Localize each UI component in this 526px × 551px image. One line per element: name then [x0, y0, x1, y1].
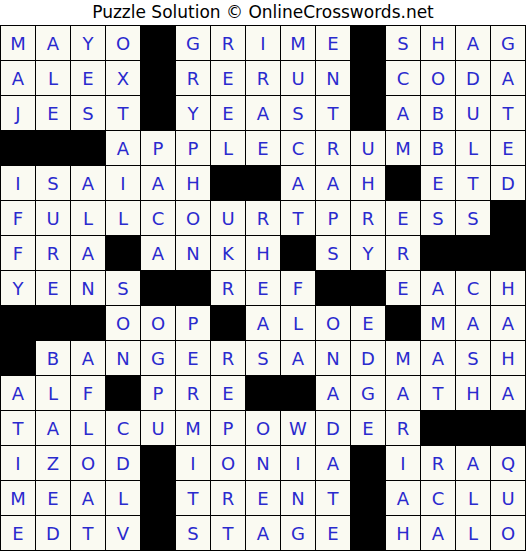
letter-cell: E — [211, 61, 245, 95]
letter-cell: D — [106, 446, 140, 480]
block-cell — [1, 341, 35, 375]
letter-cell: L — [36, 61, 70, 95]
letter-cell: T — [456, 166, 490, 200]
letter-cell: R — [176, 376, 210, 410]
letter-cell: Y — [1, 271, 35, 305]
letter-cell: T — [176, 481, 210, 515]
block-cell — [281, 376, 315, 410]
letter-cell: L — [211, 131, 245, 165]
letter-cell: A — [141, 166, 175, 200]
letter-cell: E — [176, 341, 210, 375]
block-cell — [36, 131, 70, 165]
letter-cell: A — [281, 341, 315, 375]
letter-cell: M — [386, 131, 420, 165]
letter-cell: O — [71, 446, 105, 480]
letter-cell: I — [386, 446, 420, 480]
letter-cell: T — [316, 481, 350, 515]
letter-cell: L — [456, 481, 490, 515]
block-cell — [246, 166, 280, 200]
block-cell — [491, 236, 525, 270]
letter-cell: A — [246, 516, 280, 550]
letter-cell: C — [421, 481, 455, 515]
letter-cell: T — [71, 516, 105, 550]
letter-cell: U — [351, 131, 385, 165]
letter-cell: O — [316, 306, 350, 340]
letter-cell: A — [1, 376, 35, 410]
letter-cell: D — [36, 516, 70, 550]
letter-cell: A — [316, 376, 350, 410]
block-cell — [211, 306, 245, 340]
letter-cell: T — [281, 201, 315, 235]
letter-cell: Y — [176, 96, 210, 130]
letter-cell: B — [36, 341, 70, 375]
letter-cell: N — [316, 61, 350, 95]
letter-cell: N — [71, 271, 105, 305]
letter-cell: E — [211, 96, 245, 130]
letter-cell: I — [1, 446, 35, 480]
letter-cell: E — [316, 26, 350, 60]
letter-cell: E — [211, 376, 245, 410]
letter-cell: U — [141, 411, 175, 445]
letter-cell: A — [106, 131, 140, 165]
letter-cell: P — [176, 131, 210, 165]
letter-cell: A — [421, 516, 455, 550]
letter-cell: E — [1, 516, 35, 550]
letter-cell: R — [211, 481, 245, 515]
letter-cell: E — [421, 166, 455, 200]
letter-cell: L — [71, 411, 105, 445]
letter-cell: N — [106, 341, 140, 375]
letter-cell: R — [351, 201, 385, 235]
block-cell — [421, 411, 455, 445]
block-cell — [141, 271, 175, 305]
letter-cell: I — [1, 166, 35, 200]
letter-cell: E — [386, 271, 420, 305]
block-cell — [351, 96, 385, 130]
letter-cell: O — [106, 306, 140, 340]
letter-cell: O — [211, 446, 245, 480]
letter-cell: E — [36, 96, 70, 130]
letter-cell: T — [491, 96, 525, 130]
letter-cell: S — [281, 96, 315, 130]
letter-cell: R — [316, 131, 350, 165]
letter-cell: H — [176, 166, 210, 200]
letter-cell: Z — [36, 446, 70, 480]
letter-cell: O — [176, 201, 210, 235]
letter-cell: A — [36, 411, 70, 445]
letter-cell: O — [246, 411, 280, 445]
letter-cell: H — [386, 516, 420, 550]
letter-cell: A — [246, 306, 280, 340]
letter-cell: M — [1, 481, 35, 515]
letter-cell: O — [106, 26, 140, 60]
letter-cell: E — [246, 481, 280, 515]
letter-cell: K — [211, 236, 245, 270]
block-cell — [351, 271, 385, 305]
block-cell — [141, 481, 175, 515]
letter-cell: H — [246, 236, 280, 270]
letter-cell: S — [456, 201, 490, 235]
letter-cell: I — [176, 446, 210, 480]
letter-cell: Y — [351, 236, 385, 270]
letter-cell: P — [141, 376, 175, 410]
letter-cell: A — [386, 96, 420, 130]
letter-cell: S — [316, 236, 350, 270]
letter-cell: A — [71, 236, 105, 270]
letter-cell: S — [106, 271, 140, 305]
block-cell — [141, 446, 175, 480]
letter-cell: A — [386, 481, 420, 515]
block-cell — [351, 26, 385, 60]
puzzle-solution-page: Puzzle Solution © OnlineCrosswords.net M… — [0, 0, 526, 551]
letter-cell: E — [36, 481, 70, 515]
letter-cell: F — [281, 271, 315, 305]
block-cell — [36, 306, 70, 340]
letter-cell: C — [106, 411, 140, 445]
letter-cell: O — [141, 306, 175, 340]
letter-cell: F — [71, 376, 105, 410]
letter-cell: R — [386, 236, 420, 270]
block-cell — [1, 131, 35, 165]
letter-cell: N — [316, 341, 350, 375]
block-cell — [281, 236, 315, 270]
letter-cell: S — [456, 341, 490, 375]
block-cell — [456, 236, 490, 270]
block-cell — [456, 411, 490, 445]
letter-cell: H — [351, 166, 385, 200]
letter-cell: N — [176, 236, 210, 270]
letter-cell: A — [141, 236, 175, 270]
letter-cell: P — [141, 131, 175, 165]
letter-cell: T — [106, 96, 140, 130]
letter-cell: R — [176, 61, 210, 95]
letter-cell: W — [281, 411, 315, 445]
letter-cell: L — [456, 516, 490, 550]
letter-cell: O — [421, 61, 455, 95]
letter-cell: A — [491, 306, 525, 340]
block-cell — [176, 271, 210, 305]
letter-cell: R — [246, 61, 280, 95]
letter-cell: E — [36, 271, 70, 305]
crossword-grid: MAYOGRIMESHAGALEXRERUNCODAJESTYEASTABUTA… — [0, 25, 526, 551]
letter-cell: G — [176, 26, 210, 60]
letter-cell: P — [211, 411, 245, 445]
block-cell — [106, 236, 140, 270]
block-cell — [141, 26, 175, 60]
block-cell — [141, 61, 175, 95]
block-cell — [71, 306, 105, 340]
letter-cell: G — [281, 516, 315, 550]
letter-cell: R — [246, 201, 280, 235]
letter-cell: E — [351, 411, 385, 445]
letter-cell: E — [71, 61, 105, 95]
letter-cell: T — [316, 96, 350, 130]
block-cell — [351, 61, 385, 95]
letter-cell: E — [386, 201, 420, 235]
letter-cell: A — [386, 376, 420, 410]
block-cell — [386, 166, 420, 200]
block-cell — [491, 201, 525, 235]
letter-cell: A — [456, 26, 490, 60]
block-cell — [386, 306, 420, 340]
letter-cell: Q — [491, 446, 525, 480]
letter-cell: N — [246, 446, 280, 480]
letter-cell: R — [421, 446, 455, 480]
block-cell — [71, 131, 105, 165]
block-cell — [106, 376, 140, 410]
letter-cell: P — [176, 306, 210, 340]
letter-cell: I — [106, 166, 140, 200]
letter-cell: H — [491, 271, 525, 305]
letter-cell: E — [316, 516, 350, 550]
letter-cell: H — [456, 376, 490, 410]
letter-cell: S — [246, 341, 280, 375]
page-title: Puzzle Solution © OnlineCrosswords.net — [0, 0, 526, 25]
letter-cell: E — [246, 271, 280, 305]
letter-cell: V — [106, 516, 140, 550]
letter-cell: T — [421, 376, 455, 410]
letter-cell: U — [36, 201, 70, 235]
letter-cell: R — [36, 236, 70, 270]
block-cell — [246, 376, 280, 410]
letter-cell: L — [71, 201, 105, 235]
letter-cell: A — [491, 376, 525, 410]
letter-cell: T — [211, 516, 245, 550]
block-cell — [491, 411, 525, 445]
letter-cell: R — [211, 26, 245, 60]
letter-cell: J — [1, 96, 35, 130]
letter-cell: A — [246, 96, 280, 130]
letter-cell: R — [211, 271, 245, 305]
letter-cell: L — [36, 376, 70, 410]
letter-cell: A — [421, 341, 455, 375]
block-cell — [1, 306, 35, 340]
block-cell — [141, 96, 175, 130]
letter-cell: M — [1, 26, 35, 60]
letter-cell: U — [281, 61, 315, 95]
block-cell — [351, 516, 385, 550]
letter-cell: U — [211, 201, 245, 235]
letter-cell: R — [211, 341, 245, 375]
letter-cell: M — [386, 341, 420, 375]
letter-cell: R — [386, 411, 420, 445]
letter-cell: A — [71, 341, 105, 375]
letter-cell: M — [176, 411, 210, 445]
letter-cell: L — [106, 481, 140, 515]
letter-cell: A — [456, 446, 490, 480]
letter-cell: A — [316, 446, 350, 480]
letter-cell: L — [106, 201, 140, 235]
letter-cell: C — [386, 61, 420, 95]
letter-cell: B — [421, 96, 455, 130]
letter-cell: E — [246, 131, 280, 165]
letter-cell: F — [1, 236, 35, 270]
block-cell — [316, 271, 350, 305]
letter-cell: C — [281, 131, 315, 165]
letter-cell: M — [281, 26, 315, 60]
letter-cell: A — [456, 306, 490, 340]
letter-cell: S — [386, 26, 420, 60]
letter-cell: U — [491, 481, 525, 515]
letter-cell: D — [316, 411, 350, 445]
letter-cell: S — [36, 166, 70, 200]
letter-cell: A — [36, 26, 70, 60]
letter-cell: A — [1, 61, 35, 95]
letter-cell: A — [71, 166, 105, 200]
letter-cell: O — [491, 516, 525, 550]
letter-cell: D — [491, 166, 525, 200]
letter-cell: G — [141, 341, 175, 375]
block-cell — [211, 166, 245, 200]
letter-cell: T — [1, 411, 35, 445]
block-cell — [141, 516, 175, 550]
letter-cell: H — [421, 26, 455, 60]
letter-cell: U — [456, 96, 490, 130]
letter-cell: B — [421, 131, 455, 165]
letter-cell: G — [491, 26, 525, 60]
letter-cell: I — [281, 446, 315, 480]
letter-cell: F — [1, 201, 35, 235]
block-cell — [351, 481, 385, 515]
letter-cell: D — [456, 61, 490, 95]
letter-cell: L — [456, 131, 490, 165]
letter-cell: S — [71, 96, 105, 130]
letter-cell: G — [351, 376, 385, 410]
letter-cell: N — [281, 481, 315, 515]
letter-cell: Y — [71, 26, 105, 60]
letter-cell: E — [491, 131, 525, 165]
letter-cell: I — [246, 26, 280, 60]
letter-cell: A — [421, 271, 455, 305]
letter-cell: A — [316, 166, 350, 200]
letter-cell: X — [106, 61, 140, 95]
block-cell — [421, 236, 455, 270]
letter-cell: A — [281, 166, 315, 200]
letter-cell: S — [176, 516, 210, 550]
letter-cell: A — [491, 61, 525, 95]
letter-cell: A — [71, 481, 105, 515]
letter-cell: C — [456, 271, 490, 305]
letter-cell: C — [141, 201, 175, 235]
letter-cell: H — [491, 341, 525, 375]
block-cell — [351, 446, 385, 480]
letter-cell: P — [316, 201, 350, 235]
letter-cell: E — [351, 306, 385, 340]
letter-cell: S — [421, 201, 455, 235]
letter-cell: D — [351, 341, 385, 375]
letter-cell: L — [281, 306, 315, 340]
letter-cell: M — [421, 306, 455, 340]
